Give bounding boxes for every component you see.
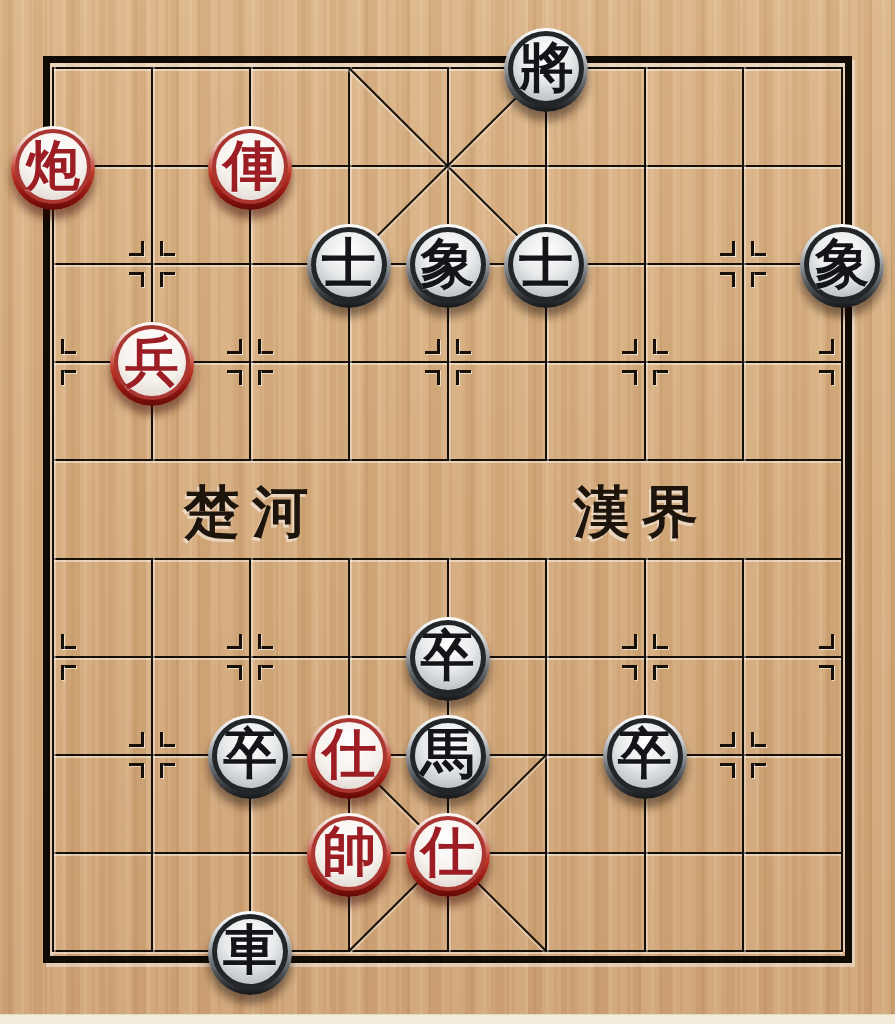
piece-glyph: 仕 <box>322 727 376 781</box>
board-point-marker <box>751 241 754 256</box>
piece-glyph: 將 <box>519 41 573 95</box>
board-point-marker <box>61 634 64 649</box>
piece-red-soldier[interactable]: 兵 <box>110 322 194 406</box>
piece-glyph: 馬 <box>421 727 475 781</box>
piece-face: 馬 <box>410 718 486 793</box>
piece-face: 帥 <box>311 816 387 891</box>
piece-black-advisor[interactable]: 士 <box>504 224 588 308</box>
board-point-marker <box>732 763 735 778</box>
board-line <box>742 558 744 952</box>
bottom-strip <box>0 1014 895 1024</box>
board-point-marker <box>258 665 261 680</box>
piece-face: 炮 <box>15 129 91 204</box>
piece-black-soldier[interactable]: 卒 <box>406 617 490 701</box>
piece-face: 象 <box>410 227 486 302</box>
board-point-marker <box>732 732 735 747</box>
board-point-marker <box>751 732 754 747</box>
piece-black-elephant[interactable]: 象 <box>800 224 884 308</box>
board-point-marker <box>653 634 656 649</box>
board-point-marker <box>160 272 163 287</box>
board-point-marker <box>258 370 261 385</box>
board-point-marker <box>258 339 261 354</box>
board-point-marker <box>258 634 261 649</box>
board-point-marker <box>831 665 834 680</box>
board-point-marker <box>437 370 440 385</box>
board-point-marker <box>732 241 735 256</box>
piece-glyph: 帥 <box>322 825 376 879</box>
board-point-marker <box>653 665 656 680</box>
piece-glyph: 象 <box>815 237 869 291</box>
board-point-marker <box>634 339 637 354</box>
piece-glyph: 象 <box>421 237 475 291</box>
piece-black-soldier[interactable]: 卒 <box>208 715 292 799</box>
piece-glyph: 士 <box>519 237 573 291</box>
board-point-marker <box>141 241 144 256</box>
board-point-marker <box>239 665 242 680</box>
piece-red-chariot[interactable]: 俥 <box>208 126 292 210</box>
piece-black-advisor[interactable]: 士 <box>307 224 391 308</box>
board-point-marker <box>732 272 735 287</box>
board-point-marker <box>751 763 754 778</box>
board-point-marker <box>751 272 754 287</box>
board-point-marker <box>831 339 834 354</box>
piece-red-general[interactable]: 帥 <box>307 813 391 897</box>
piece-glyph: 仕 <box>421 825 475 879</box>
board-point-marker <box>437 339 440 354</box>
board-point-marker <box>653 370 656 385</box>
board-point-marker <box>141 732 144 747</box>
board-point-marker <box>634 370 637 385</box>
piece-face: 車 <box>212 914 288 989</box>
piece-face: 象 <box>804 227 880 302</box>
piece-red-cannon[interactable]: 炮 <box>11 126 95 210</box>
board-point-marker <box>831 634 834 649</box>
piece-face: 士 <box>311 227 387 302</box>
piece-glyph: 卒 <box>223 727 277 781</box>
board-point-marker <box>634 634 637 649</box>
piece-glyph: 俥 <box>223 139 277 193</box>
piece-glyph: 士 <box>322 237 376 291</box>
board-line <box>841 67 843 952</box>
piece-red-advisor[interactable]: 仕 <box>307 715 391 799</box>
board-point-marker <box>653 339 656 354</box>
piece-face: 士 <box>508 227 584 302</box>
river-label-left: 楚河 <box>184 482 320 540</box>
piece-glyph: 炮 <box>26 139 80 193</box>
piece-red-advisor[interactable]: 仕 <box>406 813 490 897</box>
board-point-marker <box>239 339 242 354</box>
piece-face: 將 <box>508 31 584 106</box>
board-point-marker <box>141 272 144 287</box>
piece-black-horse[interactable]: 馬 <box>406 715 490 799</box>
board-point-marker <box>61 339 64 354</box>
piece-glyph: 卒 <box>421 629 475 683</box>
board-point-marker <box>141 763 144 778</box>
piece-face: 卒 <box>212 718 288 793</box>
piece-face: 俥 <box>212 129 288 204</box>
board-point-marker <box>456 370 459 385</box>
board-point-marker <box>634 665 637 680</box>
board-point-marker <box>160 763 163 778</box>
piece-black-general[interactable]: 將 <box>504 28 588 112</box>
board-point-marker <box>239 634 242 649</box>
board-point-marker <box>239 370 242 385</box>
board-point-marker <box>61 370 64 385</box>
board-point-marker <box>61 665 64 680</box>
piece-glyph: 車 <box>223 923 277 977</box>
piece-face: 卒 <box>410 620 486 695</box>
board-point-marker <box>160 732 163 747</box>
piece-black-chariot[interactable]: 車 <box>208 911 292 995</box>
river-label-right: 漢界 <box>574 482 710 540</box>
board-line <box>644 67 646 461</box>
piece-glyph: 卒 <box>618 727 672 781</box>
board-point-marker <box>456 339 459 354</box>
board-point-marker <box>160 241 163 256</box>
xiangqi-board[interactable]: 楚河 漢界 將炮俥士象士象兵卒卒仕馬卒帥仕車 <box>0 0 895 1024</box>
board-point-marker <box>831 370 834 385</box>
piece-black-soldier[interactable]: 卒 <box>603 715 687 799</box>
piece-face: 兵 <box>114 325 190 400</box>
piece-glyph: 兵 <box>125 335 179 389</box>
piece-face: 仕 <box>311 718 387 793</box>
piece-face: 仕 <box>410 816 486 891</box>
piece-black-elephant[interactable]: 象 <box>406 224 490 308</box>
piece-face: 卒 <box>607 718 683 793</box>
board-line <box>151 558 153 952</box>
board-line <box>742 67 744 461</box>
